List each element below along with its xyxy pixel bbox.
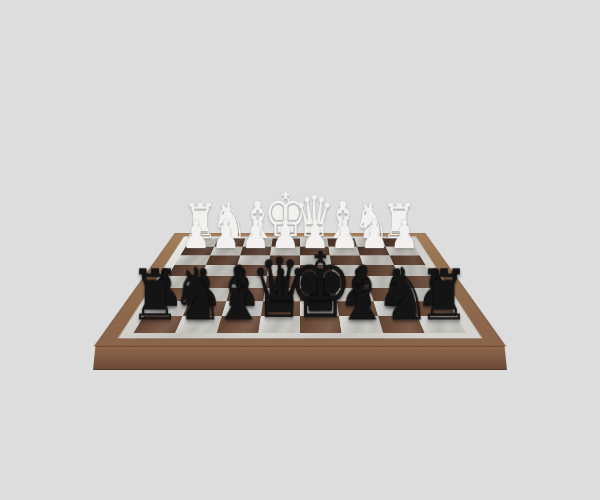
black-rook: ♜ (419, 261, 469, 331)
3d-viewport[interactable]: ♜♞♝♚♛♝♞♜♟♟♟♟♟♟♟♟♟♟♟♟♟♟♟♟♜♞♝♛♚♝♞♜ (144, 120, 456, 432)
chess-board: ♜♞♝♚♛♝♞♜♟♟♟♟♟♟♟♟♟♟♟♟♟♟♟♟♜♞♝♛♚♝♞♜ (134, 239, 467, 333)
board-marble-margin: ♜♞♝♚♛♝♞♜♟♟♟♟♟♟♟♟♟♟♟♟♟♟♟♟♜♞♝♛♚♝♞♜ (117, 236, 482, 338)
square-c8: ♝ (339, 316, 383, 333)
square-b8: ♞ (378, 316, 425, 333)
white-pawn: ♟ (182, 215, 210, 255)
board-frame-front-face (93, 346, 507, 370)
square-a8: ♜ (417, 316, 466, 333)
scene: ♜♞♝♚♛♝♞♜♟♟♟♟♟♟♟♟♟♟♟♟♟♟♟♟♜♞♝♛♚♝♞♜ (0, 0, 600, 500)
white-pawn: ♟ (390, 215, 418, 255)
board-frame: ♜♞♝♚♛♝♞♜♟♟♟♟♟♟♟♟♟♟♟♟♟♟♟♟♜♞♝♛♚♝♞♜ (94, 233, 507, 346)
